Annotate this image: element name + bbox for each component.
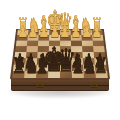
brass-clasp-left bbox=[37, 82, 43, 87]
board-square bbox=[84, 71, 96, 78]
board-square bbox=[95, 71, 108, 78]
board-square bbox=[24, 71, 36, 78]
board-square bbox=[48, 71, 60, 78]
board-square bbox=[36, 71, 48, 78]
brass-clasp-right bbox=[91, 82, 97, 87]
board-square bbox=[72, 71, 84, 78]
board-square bbox=[12, 71, 25, 78]
board-square bbox=[60, 71, 72, 78]
chess-set-photo: ♜♞♝♚♛♝♞♜♟♟♟♟♟♟♟♟♟♟♟♟♟♟♟♟♜♞♝♚♛♝♞♜ bbox=[0, 0, 120, 120]
box-front bbox=[11, 78, 109, 91]
chess-board bbox=[10, 29, 110, 79]
